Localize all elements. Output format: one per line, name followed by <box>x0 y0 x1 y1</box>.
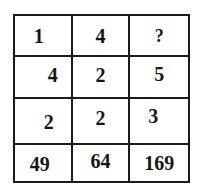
cell-r3c3: 3 <box>130 99 188 145</box>
cell-value: 1 <box>34 26 44 46</box>
puzzle-board: 1 4 ? 4 2 5 2 2 3 49 64 <box>13 14 190 183</box>
cell-r1c3-missing: ? <box>130 16 188 57</box>
cell-value: 49 <box>30 154 50 174</box>
cell-value: 64 <box>90 151 110 171</box>
cell-r4c1: 49 <box>15 145 73 181</box>
cell-r4c3: 169 <box>130 145 188 181</box>
cell-r2c2: 2 <box>73 57 131 98</box>
cell-value: 4 <box>95 26 105 46</box>
cell-r2c1: 4 <box>15 57 73 98</box>
cell-value: 3 <box>148 106 158 126</box>
cell-value: 5 <box>154 64 164 84</box>
cell-value: 4 <box>48 65 58 85</box>
cell-value: 2 <box>95 65 105 85</box>
cell-value: 2 <box>95 108 105 128</box>
cell-r4c2: 64 <box>73 145 131 181</box>
cell-r1c2: 4 <box>73 16 131 57</box>
cell-r1c1: 1 <box>15 16 73 57</box>
cell-value: 169 <box>144 153 174 173</box>
cell-r3c2: 2 <box>73 99 131 145</box>
cell-r2c3: 5 <box>130 57 188 98</box>
cell-r3c1: 2 <box>15 99 73 145</box>
cell-value: 2 <box>44 112 54 132</box>
question-mark: ? <box>155 27 164 45</box>
puzzle-screenshot: 1 4 ? 4 2 5 2 2 3 49 64 <box>0 0 200 193</box>
